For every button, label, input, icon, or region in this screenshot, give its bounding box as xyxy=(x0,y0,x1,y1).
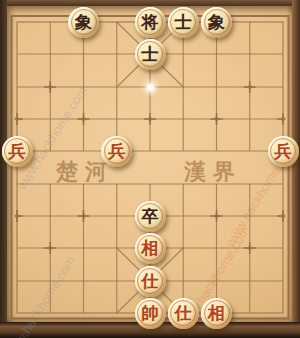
piece-character: 士 xyxy=(142,46,159,63)
piece-character: 将 xyxy=(142,14,159,31)
piece-black-advisor[interactable]: 士 xyxy=(168,7,199,38)
piece-character: 相 xyxy=(208,305,225,322)
piece-red-general[interactable]: 帥 xyxy=(135,298,166,329)
piece-red-elephant[interactable]: 相 xyxy=(201,298,232,329)
piece-red-soldier[interactable]: 兵 xyxy=(2,136,33,167)
piece-red-advisor[interactable]: 仕 xyxy=(135,266,166,297)
piece-black-general[interactable]: 将 xyxy=(135,7,166,38)
piece-character: 仕 xyxy=(175,305,192,322)
piece-character: 兵 xyxy=(108,143,125,160)
piece-character: 兵 xyxy=(9,143,26,160)
piece-character: 象 xyxy=(208,14,225,31)
piece-red-elephant[interactable]: 相 xyxy=(135,233,166,264)
piece-red-advisor[interactable]: 仕 xyxy=(168,298,199,329)
river-label-han-jie: 漢界 xyxy=(184,158,242,186)
last-move-dot-marker xyxy=(146,83,155,92)
piece-character: 兵 xyxy=(275,143,292,160)
board-frame-right xyxy=(292,0,300,338)
piece-black-soldier[interactable]: 卒 xyxy=(135,201,166,232)
piece-black-advisor[interactable]: 士 xyxy=(135,39,166,70)
piece-character: 象 xyxy=(75,14,92,31)
piece-black-elephant[interactable]: 象 xyxy=(68,7,99,38)
xiangqi-board: www.hackhome.com www.hackhome.com www.ha… xyxy=(0,0,300,338)
piece-character: 卒 xyxy=(142,208,159,225)
piece-character: 相 xyxy=(142,240,159,257)
piece-red-soldier[interactable]: 兵 xyxy=(101,136,132,167)
piece-red-soldier[interactable]: 兵 xyxy=(268,136,299,167)
piece-black-elephant[interactable]: 象 xyxy=(201,7,232,38)
piece-character: 士 xyxy=(175,14,192,31)
piece-character: 帥 xyxy=(142,305,159,322)
board-frame-left xyxy=(0,0,7,338)
piece-character: 仕 xyxy=(142,273,159,290)
